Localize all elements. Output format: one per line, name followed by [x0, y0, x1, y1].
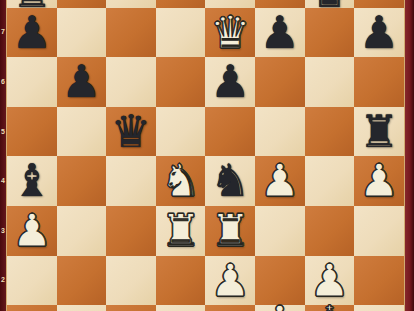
black-pawn-h7[interactable]: ♟ — [354, 8, 404, 58]
white-pawn-a3[interactable]: ♟ — [7, 206, 57, 256]
rank-label-7: 7 — [0, 28, 6, 36]
square-g4[interactable] — [305, 156, 355, 206]
square-a6[interactable] — [7, 57, 57, 107]
square-d2[interactable] — [156, 256, 206, 306]
square-h6[interactable] — [354, 57, 404, 107]
black-pawn-e6[interactable]: ♟ — [205, 57, 255, 107]
square-d6[interactable] — [156, 57, 206, 107]
square-h2[interactable] — [354, 256, 404, 306]
square-a2[interactable] — [7, 256, 57, 306]
square-a3[interactable]: ♟ — [7, 206, 57, 256]
square-b2[interactable] — [57, 256, 107, 306]
square-d7[interactable] — [156, 8, 206, 58]
square-b1[interactable] — [57, 305, 107, 311]
square-e5[interactable] — [205, 107, 255, 157]
white-knight-d4[interactable]: ♞ — [156, 156, 206, 206]
square-d5[interactable] — [156, 107, 206, 157]
square-b7[interactable] — [57, 8, 107, 58]
white-pawn-f4[interactable]: ♟ — [255, 156, 305, 206]
square-c5[interactable]: ♛ — [106, 107, 156, 157]
rank-label-2: 2 — [0, 276, 6, 284]
square-e4[interactable]: ♞ — [205, 156, 255, 206]
square-g3[interactable] — [305, 206, 355, 256]
rank-label-6: 6 — [0, 78, 6, 86]
black-pawn-a7[interactable]: ♟ — [7, 8, 57, 58]
square-f6[interactable] — [255, 57, 305, 107]
square-a5[interactable] — [7, 107, 57, 157]
square-d4[interactable]: ♞ — [156, 156, 206, 206]
white-queen-e7[interactable]: ♛ — [205, 8, 255, 58]
square-f1[interactable]: ♝ — [255, 305, 305, 311]
black-pawn-f7[interactable]: ♟ — [255, 8, 305, 58]
white-king-g1[interactable]: ♚ — [305, 298, 355, 311]
board-viewport: ♜♚♟♛♟♟♟♟♛♜♝♞♞♟♟♟♜♜♟♟♝♚ — [7, 0, 404, 311]
square-b6[interactable]: ♟ — [57, 57, 107, 107]
square-e2[interactable]: ♟ — [205, 256, 255, 306]
square-g7[interactable] — [305, 8, 355, 58]
square-c6[interactable] — [106, 57, 156, 107]
black-bishop-a4[interactable]: ♝ — [7, 156, 57, 206]
square-b4[interactable] — [57, 156, 107, 206]
square-g8[interactable]: ♚ — [305, 0, 355, 8]
square-h1[interactable] — [354, 305, 404, 311]
square-g5[interactable] — [305, 107, 355, 157]
square-d8[interactable] — [156, 0, 206, 8]
chess-board: ♜♚♟♛♟♟♟♟♛♜♝♞♞♟♟♟♜♜♟♟♝♚ — [7, 0, 404, 311]
black-queen-c5[interactable]: ♛ — [106, 107, 156, 157]
square-e6[interactable]: ♟ — [205, 57, 255, 107]
black-knight-e4[interactable]: ♞ — [205, 156, 255, 206]
square-g6[interactable] — [305, 57, 355, 107]
square-h4[interactable]: ♟ — [354, 156, 404, 206]
square-c2[interactable] — [106, 256, 156, 306]
square-a4[interactable]: ♝ — [7, 156, 57, 206]
square-e7[interactable]: ♛ — [205, 8, 255, 58]
square-a7[interactable]: ♟ — [7, 8, 57, 58]
square-f7[interactable]: ♟ — [255, 8, 305, 58]
white-pawn-e2[interactable]: ♟ — [205, 256, 255, 306]
black-rook-h5[interactable]: ♜ — [354, 107, 404, 157]
square-b5[interactable] — [57, 107, 107, 157]
square-h5[interactable]: ♜ — [354, 107, 404, 157]
rank-label-4: 4 — [0, 177, 6, 185]
square-c8[interactable] — [106, 0, 156, 8]
square-c1[interactable] — [106, 305, 156, 311]
square-d1[interactable] — [156, 305, 206, 311]
white-rook-e3[interactable]: ♜ — [205, 206, 255, 256]
square-d3[interactable]: ♜ — [156, 206, 206, 256]
chess-diagram: ♜♚♟♛♟♟♟♟♛♜♝♞♞♟♟♟♜♜♟♟♝♚ 765432 — [0, 0, 414, 311]
square-b8[interactable] — [57, 0, 107, 8]
rank-label-5: 5 — [0, 128, 6, 136]
square-e3[interactable]: ♜ — [205, 206, 255, 256]
white-pawn-h4[interactable]: ♟ — [354, 156, 404, 206]
square-b3[interactable] — [57, 206, 107, 256]
square-c3[interactable] — [106, 206, 156, 256]
white-bishop-f1[interactable]: ♝ — [255, 298, 305, 311]
square-h3[interactable] — [354, 206, 404, 256]
square-h7[interactable]: ♟ — [354, 8, 404, 58]
rank-label-3: 3 — [0, 227, 6, 235]
square-c4[interactable] — [106, 156, 156, 206]
board-edge-highlight-right — [404, 0, 405, 311]
square-f3[interactable] — [255, 206, 305, 256]
square-f4[interactable]: ♟ — [255, 156, 305, 206]
square-e1[interactable] — [205, 305, 255, 311]
square-f5[interactable] — [255, 107, 305, 157]
square-c7[interactable] — [106, 8, 156, 58]
board-frame-right — [404, 0, 414, 311]
black-pawn-b6[interactable]: ♟ — [57, 57, 107, 107]
square-g1[interactable]: ♚ — [305, 305, 355, 311]
white-rook-d3[interactable]: ♜ — [156, 206, 206, 256]
square-a1[interactable] — [7, 305, 57, 311]
